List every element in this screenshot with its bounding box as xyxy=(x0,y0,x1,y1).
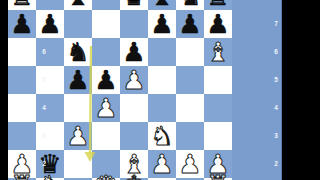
square-g5[interactable] xyxy=(176,66,204,94)
rank-label-6: 6 xyxy=(272,48,280,55)
rank-label-5: 5 xyxy=(272,76,280,83)
black-pawn-h7[interactable]: ♟ xyxy=(204,10,232,38)
square-f2[interactable]: ♟ xyxy=(148,150,176,178)
white-knight-f3[interactable]: ♞ xyxy=(148,122,176,150)
square-f7[interactable]: ♟ xyxy=(148,10,176,38)
rank-label-2: 2 xyxy=(272,160,280,167)
rank-label-2: 2 xyxy=(40,160,48,167)
square-g6[interactable] xyxy=(176,38,204,66)
square-c1[interactable] xyxy=(64,178,92,180)
square-e7[interactable] xyxy=(120,10,148,38)
square-d7[interactable] xyxy=(92,10,120,38)
white-pawn-f2[interactable]: ♟ xyxy=(148,150,176,178)
black-pawn-e6[interactable]: ♟ xyxy=(120,38,148,66)
rank-labels-right: 765432 xyxy=(272,0,280,180)
rank-label-3: 3 xyxy=(40,132,48,139)
rank-label-5: 5 xyxy=(40,76,48,83)
square-e4[interactable] xyxy=(120,94,148,122)
white-pawn-g2[interactable]: ♟ xyxy=(176,150,204,178)
square-c7[interactable] xyxy=(64,10,92,38)
white-bishop-h6[interactable]: ♝ xyxy=(204,38,232,66)
square-c5[interactable]: ♟ xyxy=(64,66,92,94)
square-a5[interactable] xyxy=(8,66,36,94)
square-a1[interactable]: ♜ xyxy=(8,178,36,180)
square-e6[interactable]: ♟ xyxy=(120,38,148,66)
square-f6[interactable] xyxy=(148,38,176,66)
rank-label-4: 4 xyxy=(40,104,48,111)
white-pawn-e5[interactable]: ♟ xyxy=(120,66,148,94)
square-c4[interactable] xyxy=(64,94,92,122)
rank-label-4: 4 xyxy=(272,104,280,111)
square-d1[interactable]: ♛ xyxy=(92,178,120,180)
black-knight-c6[interactable]: ♞ xyxy=(64,38,92,66)
square-e5[interactable]: ♟ xyxy=(120,66,148,94)
square-d6[interactable] xyxy=(92,38,120,66)
rank-label-6: 6 xyxy=(40,48,48,55)
white-pawn-c3[interactable]: ♟ xyxy=(64,122,92,150)
black-bishop-c8[interactable]: ♝ xyxy=(64,0,92,10)
square-f1[interactable] xyxy=(148,178,176,180)
square-g7[interactable]: ♟ xyxy=(176,10,204,38)
square-g4[interactable] xyxy=(176,94,204,122)
black-pawn-g7[interactable]: ♟ xyxy=(176,10,204,38)
square-a3[interactable] xyxy=(8,122,36,150)
square-f5[interactable] xyxy=(148,66,176,94)
square-h4[interactable] xyxy=(204,94,232,122)
square-g2[interactable]: ♟ xyxy=(176,150,204,178)
square-g3[interactable] xyxy=(176,122,204,150)
black-pawn-f7[interactable]: ♟ xyxy=(148,10,176,38)
square-e1[interactable]: ♚ xyxy=(120,178,148,180)
square-f4[interactable] xyxy=(148,94,176,122)
square-d4[interactable]: ♟ xyxy=(92,94,120,122)
square-f3[interactable]: ♞ xyxy=(148,122,176,150)
rank-label-7: 7 xyxy=(40,20,48,27)
square-h7[interactable]: ♟ xyxy=(204,10,232,38)
square-h5[interactable] xyxy=(204,66,232,94)
white-queen-d1[interactable]: ♛ xyxy=(92,171,120,180)
square-a7[interactable]: ♟ xyxy=(8,10,36,38)
square-a4[interactable] xyxy=(8,94,36,122)
square-c2[interactable] xyxy=(64,150,92,178)
square-e3[interactable] xyxy=(120,122,148,150)
rank-label-3: 3 xyxy=(272,132,280,139)
black-pawn-d5[interactable]: ♟ xyxy=(92,66,120,94)
square-d8[interactable] xyxy=(92,0,120,10)
square-g1[interactable] xyxy=(176,178,204,180)
white-pawn-d4[interactable]: ♟ xyxy=(92,94,120,122)
video-thumbnail-stage: ♜♝♚♝♞♜♟♟♟♟♟♞♟♝♟♟♟♟♟♞♟♛♝♟♟♟♜♞♛♚♜ 765432 7… xyxy=(0,0,320,180)
square-d3[interactable] xyxy=(92,122,120,150)
black-pawn-a7[interactable]: ♟ xyxy=(8,10,36,38)
square-c3[interactable]: ♟ xyxy=(64,122,92,150)
rank-label-7: 7 xyxy=(272,20,280,27)
black-pawn-c5[interactable]: ♟ xyxy=(64,66,92,94)
rank-labels-left: 765432 xyxy=(40,0,48,180)
square-d5[interactable]: ♟ xyxy=(92,66,120,94)
black-king-e8[interactable]: ♚ xyxy=(120,0,148,10)
square-e8[interactable]: ♚ xyxy=(120,0,148,10)
square-h6[interactable]: ♝ xyxy=(204,38,232,66)
square-h1[interactable]: ♜ xyxy=(204,178,232,180)
white-king-e1[interactable]: ♚ xyxy=(120,171,148,180)
square-h3[interactable] xyxy=(204,122,232,150)
square-c8[interactable]: ♝ xyxy=(64,0,92,10)
white-rook-h1[interactable]: ♜ xyxy=(204,171,232,180)
white-rook-a1[interactable]: ♜ xyxy=(8,171,36,180)
square-c6[interactable]: ♞ xyxy=(64,38,92,66)
square-a6[interactable] xyxy=(8,38,36,66)
